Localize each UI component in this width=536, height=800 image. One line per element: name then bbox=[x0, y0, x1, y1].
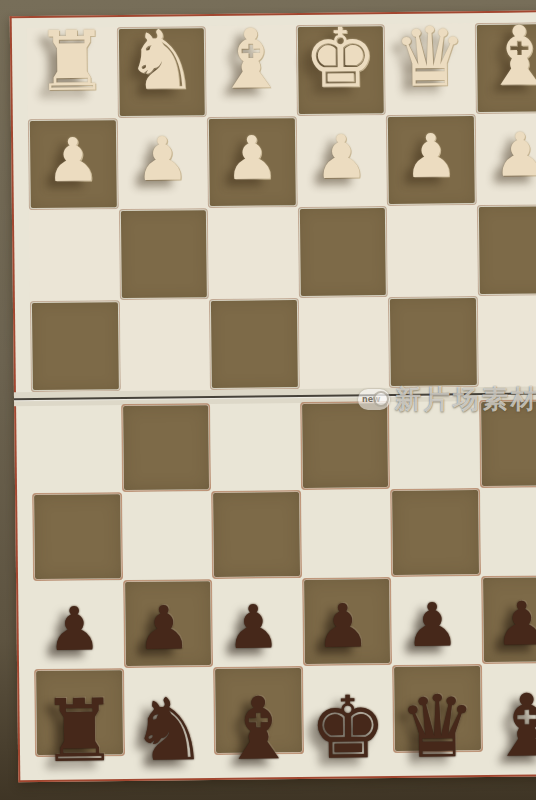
square bbox=[298, 297, 389, 389]
square: ♟ bbox=[33, 580, 123, 669]
square: ♜ bbox=[27, 27, 118, 119]
square: ♟ bbox=[391, 576, 481, 665]
white-pawn: ♟ bbox=[314, 126, 368, 187]
white-pawn: ♟ bbox=[493, 124, 536, 185]
square: ♟ bbox=[123, 579, 213, 668]
square bbox=[31, 404, 121, 493]
black-pawn: ♟ bbox=[316, 595, 370, 656]
square: ♟ bbox=[296, 115, 387, 207]
black-queen: ♛ bbox=[398, 683, 476, 770]
white-pawn: ♟ bbox=[404, 125, 458, 186]
black-pawn: ♟ bbox=[495, 593, 536, 654]
watermark-text: 新片场素材 bbox=[395, 382, 536, 417]
square bbox=[476, 204, 536, 296]
square: ♝ bbox=[206, 25, 297, 117]
white-pawn: ♟ bbox=[46, 129, 100, 190]
square: ♟ bbox=[302, 577, 392, 666]
square bbox=[388, 296, 479, 388]
tabletop-photo: ♜♞♝♚♛♝♟♟♟♟♟♟ ♟♟♟♟♟♟♜♞♝♚♛♝ new 新片场素材 bbox=[0, 0, 536, 800]
square bbox=[121, 403, 211, 492]
black-king: ♚ bbox=[309, 684, 387, 771]
square bbox=[118, 208, 209, 300]
square: ♝ bbox=[482, 663, 536, 752]
square: ♞ bbox=[124, 667, 214, 756]
square: ♟ bbox=[386, 114, 477, 206]
board-bottom-half: ♟♟♟♟♟♟♜♞♝♚♛♝ bbox=[31, 399, 536, 757]
square bbox=[29, 209, 120, 301]
square bbox=[480, 487, 536, 576]
white-queen: ♛ bbox=[393, 16, 467, 99]
square bbox=[477, 295, 536, 387]
black-bishop: ♝ bbox=[219, 685, 297, 772]
square: ♚ bbox=[295, 24, 386, 116]
square bbox=[30, 300, 121, 392]
square bbox=[122, 491, 212, 580]
square bbox=[211, 490, 301, 579]
square bbox=[209, 298, 300, 390]
camera-lens-icon bbox=[373, 391, 389, 407]
camera-new-icon: new bbox=[358, 389, 390, 410]
white-knight: ♞ bbox=[124, 19, 198, 102]
square: ♚ bbox=[303, 665, 393, 754]
square: ♟ bbox=[481, 575, 536, 664]
black-pawn: ♟ bbox=[226, 596, 280, 657]
square bbox=[32, 492, 122, 581]
black-rook: ♜ bbox=[40, 687, 118, 774]
square: ♛ bbox=[392, 664, 482, 753]
square bbox=[210, 402, 300, 491]
square bbox=[301, 489, 391, 578]
square bbox=[390, 488, 480, 577]
square: ♛ bbox=[385, 23, 476, 115]
white-bishop: ♝ bbox=[214, 18, 288, 101]
board-top-half: ♜♞♝♚♛♝♟♟♟♟♟♟ bbox=[27, 22, 536, 392]
black-pawn: ♟ bbox=[405, 594, 459, 655]
square: ♟ bbox=[207, 116, 298, 208]
square: ♝ bbox=[474, 22, 536, 114]
square: ♝ bbox=[213, 666, 303, 755]
white-rook: ♜ bbox=[35, 20, 109, 103]
square: ♜ bbox=[34, 668, 124, 757]
square bbox=[119, 299, 210, 391]
white-pawn: ♟ bbox=[135, 128, 189, 189]
square bbox=[387, 205, 478, 297]
watermark: new 新片场素材 bbox=[358, 383, 536, 415]
black-bishop: ♝ bbox=[488, 682, 536, 769]
square: ♟ bbox=[475, 113, 536, 205]
black-knight: ♞ bbox=[130, 686, 208, 773]
square: ♟ bbox=[212, 578, 302, 667]
square: ♟ bbox=[28, 118, 119, 210]
square bbox=[208, 207, 299, 299]
black-pawn: ♟ bbox=[137, 597, 191, 658]
square bbox=[297, 206, 388, 298]
square: ♞ bbox=[116, 26, 207, 118]
white-pawn: ♟ bbox=[225, 127, 279, 188]
white-bishop: ♝ bbox=[482, 15, 536, 98]
black-pawn: ♟ bbox=[47, 598, 101, 659]
square: ♟ bbox=[117, 117, 208, 209]
white-king: ♚ bbox=[303, 17, 377, 100]
